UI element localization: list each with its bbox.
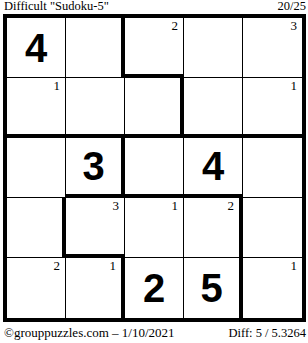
cell-r3c2: 3: [66, 138, 125, 198]
cell-r4c2[interactable]: 3: [66, 198, 125, 258]
cell-r4c4[interactable]: 2: [184, 198, 243, 258]
corner-mark: 1: [291, 79, 298, 92]
cell-r4c1[interactable]: [7, 198, 66, 258]
cell-r4c5[interactable]: [243, 198, 302, 258]
given-digit: 3: [82, 146, 104, 186]
corner-mark: 3: [113, 199, 120, 212]
corner-mark: 1: [110, 259, 117, 272]
cell-r2c2[interactable]: [66, 78, 125, 138]
given-digit: 4: [202, 146, 224, 186]
difficulty-text: Diff: 5 / 5.3264: [228, 327, 306, 340]
corner-mark: 1: [291, 259, 298, 272]
corner-mark: 1: [54, 79, 61, 92]
cell-r5c3: 2: [125, 258, 184, 318]
cell-r5c4: 5: [184, 258, 243, 318]
cell-r1c2[interactable]: [66, 18, 125, 78]
cell-r3c5[interactable]: [243, 138, 302, 198]
cell-r1c4[interactable]: [184, 18, 243, 78]
cell-r5c1[interactable]: 2: [7, 258, 66, 318]
cell-r2c3[interactable]: [125, 78, 184, 138]
cell-r1c3[interactable]: 2: [125, 18, 184, 78]
cell-r5c5[interactable]: 1: [243, 258, 302, 318]
corner-mark: 1: [172, 199, 179, 212]
cell-r1c5[interactable]: 3: [243, 18, 302, 78]
corner-mark: 2: [228, 199, 235, 212]
given-digit: 4: [25, 28, 47, 68]
cell-r3c4: 4: [184, 138, 243, 198]
puzzle-counter: 20/25: [278, 0, 306, 13]
cell-r2c1[interactable]: 1: [7, 78, 66, 138]
puzzle-title: Difficult "Sudoku-5": [4, 0, 109, 13]
cell-r4c3[interactable]: 1: [125, 198, 184, 258]
corner-mark: 3: [291, 19, 298, 32]
cell-r3c3[interactable]: [125, 138, 184, 198]
corner-mark: 2: [54, 259, 61, 272]
copyright-text: ©grouppuzzles.com – 1/10/2021: [4, 326, 175, 340]
cell-r2c4[interactable]: [184, 78, 243, 138]
cell-r3c1[interactable]: [7, 138, 66, 198]
cell-r2c5[interactable]: 1: [243, 78, 302, 138]
cell-r5c2[interactable]: 1: [66, 258, 125, 318]
cell-r1c1: 4: [7, 18, 66, 78]
sudoku-board: 423113431221251: [3, 14, 306, 322]
given-digit: 5: [200, 268, 222, 308]
given-digit: 2: [143, 268, 165, 308]
corner-mark: 2: [172, 19, 179, 32]
